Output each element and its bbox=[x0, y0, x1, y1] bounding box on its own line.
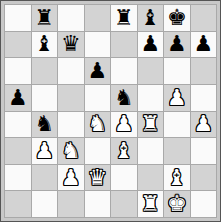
square-f6[interactable] bbox=[138, 58, 164, 84]
square-f2[interactable] bbox=[138, 165, 164, 191]
square-c5[interactable] bbox=[58, 85, 84, 111]
square-d1[interactable] bbox=[85, 191, 111, 217]
white-pawn-h4: ♟ bbox=[193, 113, 213, 135]
black-pawn-a5: ♟ bbox=[8, 87, 28, 109]
square-h3[interactable] bbox=[191, 138, 217, 164]
square-g5[interactable]: ♟ bbox=[164, 85, 190, 111]
black-pawn-f7: ♟ bbox=[140, 33, 160, 55]
square-b3[interactable]: ♟ bbox=[32, 138, 58, 164]
white-knight-d4: ♞ bbox=[87, 113, 107, 135]
board-frame: ♜♜♝♚♝♛♟♟♟♟♟♞♟♞♞♟♜♟♟♞♝♟♛♝♜♚ bbox=[0, 0, 221, 222]
square-f8[interactable]: ♝ bbox=[138, 5, 164, 31]
square-c8[interactable] bbox=[58, 5, 84, 31]
white-bishop-e3: ♝ bbox=[114, 140, 134, 162]
square-c4[interactable] bbox=[58, 112, 84, 138]
square-a4[interactable] bbox=[5, 112, 31, 138]
square-g6[interactable] bbox=[164, 58, 190, 84]
square-c1[interactable] bbox=[58, 191, 84, 217]
square-f5[interactable] bbox=[138, 85, 164, 111]
black-pawn-g7: ♟ bbox=[167, 33, 187, 55]
square-e4[interactable]: ♟ bbox=[111, 112, 137, 138]
square-a7[interactable] bbox=[5, 32, 31, 58]
square-c6[interactable] bbox=[58, 58, 84, 84]
square-e1[interactable] bbox=[111, 191, 137, 217]
black-knight-b4: ♞ bbox=[34, 113, 54, 135]
square-g7[interactable]: ♟ bbox=[164, 32, 190, 58]
square-e6[interactable] bbox=[111, 58, 137, 84]
square-e3[interactable]: ♝ bbox=[111, 138, 137, 164]
square-a6[interactable] bbox=[5, 58, 31, 84]
black-pawn-h7: ♟ bbox=[193, 33, 213, 55]
square-g2[interactable]: ♝ bbox=[164, 165, 190, 191]
white-bishop-g2: ♝ bbox=[167, 167, 187, 189]
square-b8[interactable]: ♜ bbox=[32, 5, 58, 31]
square-b7[interactable]: ♝ bbox=[32, 32, 58, 58]
chess-board: ♜♜♝♚♝♛♟♟♟♟♟♞♟♞♞♟♜♟♟♞♝♟♛♝♜♚ bbox=[4, 4, 217, 218]
white-pawn-b3: ♟ bbox=[34, 140, 54, 162]
black-king-g8: ♚ bbox=[167, 7, 187, 29]
white-queen-d2: ♛ bbox=[87, 167, 107, 189]
square-f1[interactable]: ♜ bbox=[138, 191, 164, 217]
square-b5[interactable] bbox=[32, 85, 58, 111]
black-rook-b8: ♜ bbox=[34, 7, 54, 29]
square-h2[interactable] bbox=[191, 165, 217, 191]
square-g1[interactable]: ♚ bbox=[164, 191, 190, 217]
square-g8[interactable]: ♚ bbox=[164, 5, 190, 31]
square-c7[interactable]: ♛ bbox=[58, 32, 84, 58]
white-king-g1: ♚ bbox=[167, 193, 187, 215]
square-b4[interactable]: ♞ bbox=[32, 112, 58, 138]
square-a8[interactable] bbox=[5, 5, 31, 31]
square-f3[interactable] bbox=[138, 138, 164, 164]
square-a2[interactable] bbox=[5, 165, 31, 191]
square-b1[interactable] bbox=[32, 191, 58, 217]
square-a3[interactable] bbox=[5, 138, 31, 164]
square-h8[interactable] bbox=[191, 5, 217, 31]
white-pawn-c2: ♟ bbox=[61, 167, 81, 189]
square-d2[interactable]: ♛ bbox=[85, 165, 111, 191]
square-e5[interactable]: ♞ bbox=[111, 85, 137, 111]
square-e2[interactable] bbox=[111, 165, 137, 191]
white-knight-c3: ♞ bbox=[61, 140, 81, 162]
square-a5[interactable]: ♟ bbox=[5, 85, 31, 111]
square-g3[interactable] bbox=[164, 138, 190, 164]
square-h5[interactable] bbox=[191, 85, 217, 111]
square-h7[interactable]: ♟ bbox=[191, 32, 217, 58]
square-d4[interactable]: ♞ bbox=[85, 112, 111, 138]
white-rook-f1: ♜ bbox=[140, 193, 160, 215]
black-bishop-f8: ♝ bbox=[140, 7, 160, 29]
square-h6[interactable] bbox=[191, 58, 217, 84]
square-b2[interactable] bbox=[32, 165, 58, 191]
square-a1[interactable] bbox=[5, 191, 31, 217]
square-d6[interactable]: ♟ bbox=[85, 58, 111, 84]
black-bishop-b7: ♝ bbox=[34, 33, 54, 55]
black-queen-c7: ♛ bbox=[61, 33, 81, 55]
black-pawn-d6: ♟ bbox=[87, 60, 107, 82]
square-g4[interactable] bbox=[164, 112, 190, 138]
square-c2[interactable]: ♟ bbox=[58, 165, 84, 191]
square-d7[interactable] bbox=[85, 32, 111, 58]
square-e8[interactable]: ♜ bbox=[111, 5, 137, 31]
square-d3[interactable] bbox=[85, 138, 111, 164]
square-h4[interactable]: ♟ bbox=[191, 112, 217, 138]
square-h1[interactable] bbox=[191, 191, 217, 217]
square-d5[interactable] bbox=[85, 85, 111, 111]
white-pawn-g5: ♟ bbox=[167, 87, 187, 109]
square-e7[interactable] bbox=[111, 32, 137, 58]
square-f7[interactable]: ♟ bbox=[138, 32, 164, 58]
square-c3[interactable]: ♞ bbox=[58, 138, 84, 164]
square-d8[interactable] bbox=[85, 5, 111, 31]
black-rook-e8: ♜ bbox=[114, 7, 134, 29]
white-pawn-e4: ♟ bbox=[114, 113, 134, 135]
square-f4[interactable]: ♜ bbox=[138, 112, 164, 138]
white-rook-f4: ♜ bbox=[140, 113, 160, 135]
black-knight-e5: ♞ bbox=[114, 87, 134, 109]
square-b6[interactable] bbox=[32, 58, 58, 84]
